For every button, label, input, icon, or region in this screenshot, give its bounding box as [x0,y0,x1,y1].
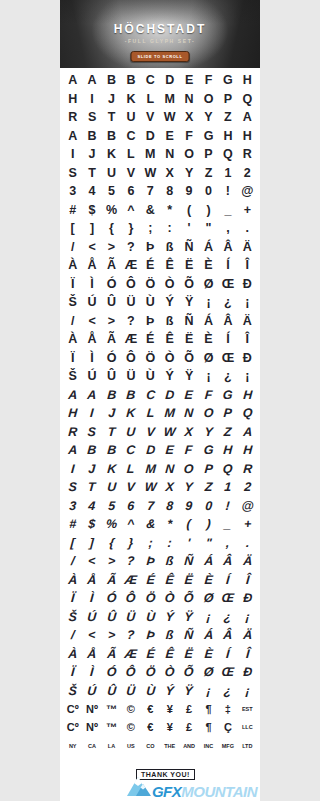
glyph-cell: € [141,719,160,738]
glyph-cell: Ÿ [179,608,200,627]
glyph-cell: G [199,127,218,146]
glyph-cell: Û [102,293,121,312]
glyph-cell: À [62,571,83,590]
glyph-cell: L [121,145,140,164]
glyph-cell: Œ [218,275,237,294]
glyph-cell: J [82,145,101,164]
glyph-cell: E [159,441,180,460]
glyph-cell: Þ [141,312,160,331]
glyph-cell: H [218,441,239,460]
glyph-cell: Í [218,571,239,590]
glyph-cell: Û [102,367,121,386]
glyph-cell: É [141,256,160,275]
glyph-cell: . [238,219,257,238]
glyph-cell: A [62,386,83,405]
glyph-cell: Þ [141,238,160,257]
glyph-cell: Š [63,367,82,386]
glyph-cell: ^ [121,201,140,220]
glyph-cell: 4 [82,182,101,201]
glyph-cell: Ù [141,367,160,386]
glyph-cell: 6 [121,182,140,201]
glyph-cell: $ [82,515,103,534]
glyph-cell: INC [199,737,218,756]
glyph-cell: W [160,108,179,127]
glyph-cell: Ð [237,663,258,682]
glyph-cell: Ì [82,275,101,294]
glyph-cell: Ï [63,349,82,368]
glyph-cell: ' [179,534,200,553]
glyph-cell: 6 [121,497,142,516]
glyph-cell: Á [198,552,219,571]
glyph-cell: ¿ [218,293,237,312]
glyph-cell: { [102,219,121,238]
glyph-cell: T [82,164,101,183]
glyph-cell: N [160,145,179,164]
glyph-cell: B [82,127,101,146]
glyph-cell: Ò [160,349,179,368]
glyph-cell: ß [160,238,179,257]
glyph-cell: > [102,312,121,331]
glyph-cell: F [198,386,219,405]
glyph-cell: Æ [121,256,140,275]
glyph-cell: R [238,145,257,164]
glyph-cell: [ [63,219,82,238]
glyph-cell: T [102,108,121,127]
glyph-cell: ? [121,552,142,571]
glyph-cell: ' [179,219,198,238]
glyph-cell: Ï [63,275,82,294]
glyph-cell: Ô [121,349,140,368]
glyph-cell: ß [160,312,179,331]
glyph-cell: H [238,127,257,146]
glyph-cell: Ö [141,275,160,294]
glyph-cell: Ó [101,663,122,682]
glyph-cell: Æ [121,645,142,664]
glyph-cell: Ê [159,645,180,664]
glyph-cell: Î [238,256,257,275]
glyph-cell: A [82,71,101,90]
glyph-cell: N [179,90,198,109]
glyph-cell: E [179,71,198,90]
glyph-cell: 0 [198,497,219,516]
glyph-cell: P [199,145,218,164]
glyph-cell: Ê [159,571,180,590]
glyph-cell: Ú [82,682,103,701]
glyph-cell: N [159,460,180,479]
glyph-cell: Œ [218,663,239,682]
glyph-cell: : [159,534,180,553]
glyph-cell: Ô [121,275,140,294]
glyph-cell: F [179,441,200,460]
glyph-cell: M [141,145,160,164]
glyph-cell: B [102,127,121,146]
glyph-cell: C [141,71,160,90]
glyph-cell: Î [237,571,258,590]
glyph-cell: Ø [199,275,218,294]
glyph-cell: 3 [62,497,83,516]
glyph-cell: À [63,330,82,349]
glyph-cell: Ñ [179,626,200,645]
glyph-cell: € [141,700,160,719]
glyph-cell: ¥ [160,700,179,719]
glyph-cell: O [198,404,219,423]
glyph-cell: D [159,386,180,405]
glyph-cell: THE [160,737,179,756]
glyph-cell: Ÿ [179,682,200,701]
glyph-cell: ß [159,552,180,571]
glyph-cell: 4 [82,497,103,516]
glyph-cell: W [141,164,160,183]
glyph-cell: J [102,90,121,109]
glyph-cell: Z [198,478,219,497]
glyph-cell: Ä [238,238,257,257]
glyph-cell: V [140,423,161,442]
glyph-cell: Ú [82,367,101,386]
glyph-cell: L [141,90,160,109]
header-banner: HÖCHSTADT -FULL GLYPH SET- SLIDE TO SCRO… [60,0,260,68]
glyph-cell: Æ [121,330,140,349]
glyph-cell: Õ [179,349,198,368]
glyph-cell: Ì [82,349,101,368]
glyph-cell: Ç [218,719,237,738]
glyph-cell: 7 [141,182,160,201]
glyph-cell: Ö [141,349,160,368]
glyph-cell: Ü [121,682,142,701]
glyph-cell: Å [82,571,103,590]
glyph-cell: C [140,386,161,405]
glyph-cell: / [63,238,82,257]
glyph-cell: Ë [179,256,198,275]
glyph-cell: L [140,404,161,423]
glyph-cell: LA [102,737,121,756]
glyph-cell: Ã [101,645,122,664]
glyph-cell: K [102,145,121,164]
glyph-cell: G [218,71,237,90]
glyph-cell: Ÿ [179,293,198,312]
glyph-cell: G [218,386,239,405]
glyph-cell: > [101,626,122,645]
glyph-cell: Å [82,645,103,664]
glyph-cell: È [198,645,219,664]
glyph-cell: H [62,404,83,423]
glyph-cell: ‡ [218,700,237,719]
page-subtitle: -FULL GLYPH SET- [60,38,260,44]
glyph-cell: È [198,571,219,590]
glyph-cell: A [82,386,103,405]
glyph-cell: 1 [218,478,239,497]
glyph-cell: Ô [121,589,142,608]
glyph-cell: F [179,127,198,146]
glyph-cell: Ã [102,330,121,349]
glyph-cell: Œ [218,589,239,608]
glyph-cell: V [121,164,140,183]
glyph-cell: ¶ [199,700,218,719]
glyph-cell: D [141,127,160,146]
glyph-cell: & [141,201,160,220]
glyph-cell: 8 [160,182,179,201]
glyph-cell: ( [179,201,198,220]
glyph-cell: < [82,552,103,571]
glyph-cell: * [160,201,179,220]
mountain-logo-icon [127,777,152,800]
glyph-cell: À [62,645,83,664]
glyph-cell: 5 [101,497,122,516]
glyph-cell: B [102,71,121,90]
glyph-cell: Â [218,312,237,331]
glyph-cell: _ [218,201,237,220]
glyph-cell: MFG [218,737,237,756]
glyph-cell: E [179,386,200,405]
glyph-cell: ¶ [199,719,218,738]
glyph-cell: ¡ [199,293,218,312]
glyph-cell: Y [179,478,200,497]
glyph-cell: Ù [140,682,161,701]
glyph-cell: Ø [199,349,218,368]
glyph-cell: Ù [140,608,161,627]
glyph-cell: ? [121,312,140,331]
gfxmountain-watermark: GFXMOUNTAIN [127,777,257,800]
glyph-cell: ) [199,201,218,220]
glyph-cell: Q [218,460,239,479]
glyph-cell: > [101,552,122,571]
glyph-cell: X [179,108,198,127]
glyph-cell: È [199,256,218,275]
glyph-cell: " [199,219,218,238]
glyph-cell: Ö [140,663,161,682]
glyph-cell: Ð [237,589,258,608]
glyph-cell: Cº [63,719,82,738]
glyph-cell: / [62,626,83,645]
glyph-cell: Ì [82,663,103,682]
glyph-cell: Í [218,330,237,349]
glyph-cell: 0 [199,182,218,201]
glyph-cell: Ú [82,293,101,312]
glyph-cell: Ð [238,275,257,294]
glyph-cell: ¥ [160,719,179,738]
glyph-cell: M [160,90,179,109]
glyph-cell: Î [238,330,257,349]
glyph-cell: Á [199,238,218,257]
glyph-cell: Ô [121,663,142,682]
glyph-cell: Ÿ [179,367,198,386]
glyph-cell: Ý [159,608,180,627]
glyph-cell: Ò [159,589,180,608]
glyph-cell: S [63,164,82,183]
glyph-cell: Û [101,682,122,701]
glyph-cell: ¡ [198,608,219,627]
glyph-cell: 3 [63,182,82,201]
glyph-cell: * [159,515,180,534]
glyph-cell: Š [62,608,83,627]
glyph-cell: U [121,108,140,127]
glyph-cell: K [101,460,122,479]
glyph-cell: Ü [121,293,140,312]
glyph-cell: J [101,404,122,423]
glyph-cell: , [218,219,237,238]
glyph-cell: Ñ [179,552,200,571]
glyph-cell: LLC [238,719,257,738]
glyph-cell: Z [218,108,237,127]
glyph-cell: < [82,312,101,331]
glyph-cell: Û [101,608,122,627]
glyph-cell: CA [82,737,101,756]
glyph-cell: É [141,330,160,349]
glyph-cell: F [199,71,218,90]
glyph-cell: Â [218,552,239,571]
glyph-cell: # [62,515,83,534]
glyph-cell: C [121,127,140,146]
glyph-cell: Ú [82,608,103,627]
glyph-cell: Ä [237,626,258,645]
glyph-cell: B [121,71,140,90]
glyph-cell: I [82,90,101,109]
glyph-cell: X [179,423,200,442]
glyph-cell: & [140,515,161,534]
glyph-cell: ¡ [237,608,258,627]
glyph-cell: S [82,108,101,127]
glyph-cell: Ó [102,349,121,368]
glyph-cell: Á [199,312,218,331]
glyph-cell: C [121,441,142,460]
glyph-cell: V [121,478,142,497]
glyph-cell: I [63,145,82,164]
glyph-cell: O [199,90,218,109]
glyph-cell: ] [82,534,103,553]
glyph-grid: AABBCDEFGHHIJKLMNOPQRSTUVWXYZAABBCDEFGHH… [63,71,257,756]
glyph-cell: LTD [238,737,257,756]
glyph-cell: Q [218,145,237,164]
glyph-cell: ¡ [238,367,257,386]
glyph-cell: U [102,164,121,183]
glyph-cell: K [121,404,142,423]
glyph-cell: Ù [141,293,160,312]
glyph-cell: K [121,90,140,109]
glyph-cell: R [63,108,82,127]
glyph-cell: Î [237,645,258,664]
glyph-cell: Cº [63,700,82,719]
glyph-cell: ! [218,182,237,201]
glyph-cell: { [101,534,122,553]
glyph-cell: Ä [238,312,257,331]
glyph-cell: A [63,127,82,146]
glyph-cell: ™ [102,700,121,719]
glyph-cell: Æ [121,571,142,590]
glyph-cell: ) [198,515,219,534]
glyph-cell: E [160,127,179,146]
glyph-cell: G [198,441,219,460]
glyph-cell: Õ [179,589,200,608]
glyph-cell: _ [218,515,239,534]
glyph-cell: $ [82,201,101,220]
glyph-cell: Ý [160,367,179,386]
glyph-cell: D [140,441,161,460]
glyph-cell: Ë [179,330,198,349]
glyph-cell: Å [82,256,101,275]
glyph-cell: Â [218,626,239,645]
glyph-cell: 7 [140,497,161,516]
glyph-cell: A [238,108,257,127]
glyph-cell: 8 [159,497,180,516]
glyph-cell: Ã [101,571,122,590]
glyph-cell: Q [237,404,258,423]
glyph-cell: Ü [121,367,140,386]
glyph-cell: Ë [179,571,200,590]
glyph-cell: I [82,404,103,423]
glyph-cell: 2 [238,164,257,183]
glyph-cell: NY [63,737,82,756]
glyph-cell: H [237,386,258,405]
glyph-cell: < [82,238,101,257]
glyph-cell: H [238,71,257,90]
glyph-cell: U [121,423,142,442]
glyph-cell: < [82,626,103,645]
glyph-cell: B [101,386,122,405]
glyph-cell: È [199,330,218,349]
glyph-cell: À [63,256,82,275]
glyph-cell: ¡ [237,682,258,701]
glyph-cell: Ï [62,589,83,608]
glyph-cell: M [159,404,180,423]
glyph-cell: Ó [101,589,122,608]
glyph-cell: AND [179,737,198,756]
glyph-cell: Ä [237,552,258,571]
glyph-cell: / [62,552,83,571]
glyph-cell: @ [237,497,258,516]
glyph-cell: A [62,441,83,460]
glyph-cell: Ý [159,682,180,701]
glyph-cell: + [237,515,258,534]
glyph-cell: ; [141,219,160,238]
glyph-cell: > [102,238,121,257]
glyph-cell: Â [218,238,237,257]
glyph-cell: Å [82,330,101,349]
glyph-cell: B [82,441,103,460]
glyph-cell: + [238,201,257,220]
glyph-cell: Õ [179,663,200,682]
glyph-cell: 9 [179,182,198,201]
glyph-cell: @ [238,182,257,201]
glyph-cell: P [218,90,237,109]
glyph-cell: T [101,423,122,442]
glyph-cell: ^ [121,515,142,534]
glyph-cell: ] [82,219,101,238]
glyph-cell: P [218,404,239,423]
glyph-cell: © [121,700,140,719]
glyph-cell: B [101,441,122,460]
glyph-cell: Œ [218,349,237,368]
glyph-cell: T [82,478,103,497]
glyph-cell: Ü [121,608,142,627]
glyph-cell: ? [121,626,142,645]
glyph-cell: B [121,386,142,405]
glyph-cell: CO [141,737,160,756]
glyph-cell: [ [62,534,83,553]
glyph-cell: H [63,90,82,109]
glyph-cell: M [140,460,161,479]
glyph-cell: É [140,571,161,590]
scroll-cta-button[interactable]: SLIDE TO SCROLL [131,51,190,62]
glyph-cell: X [160,164,179,183]
glyph-cell: Ò [159,663,180,682]
glyph-cell: J [82,460,103,479]
glyph-cell: R [237,460,258,479]
glyph-cell: 5 [102,182,121,201]
glyph-cell: ¿ [218,682,239,701]
glyph-cell: Í [218,256,237,275]
glyph-cell: £ [179,719,198,738]
glyph-cell: Š [62,682,83,701]
glyph-cell: Ë [179,645,200,664]
